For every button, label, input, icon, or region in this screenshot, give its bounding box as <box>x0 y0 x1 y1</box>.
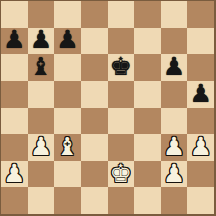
square-d7[interactable] <box>81 28 108 55</box>
square-d3[interactable] <box>81 134 108 161</box>
square-h5[interactable]: ♟ <box>187 81 214 108</box>
square-f8[interactable] <box>134 1 161 28</box>
square-a6[interactable] <box>1 54 28 81</box>
square-f1[interactable] <box>134 187 161 214</box>
piece-white-pawn[interactable]: ♟ <box>163 134 185 159</box>
piece-white-pawn[interactable]: ♟ <box>3 161 25 186</box>
piece-white-pawn[interactable]: ♟ <box>30 134 52 159</box>
square-e6[interactable]: ♚ <box>108 54 135 81</box>
square-d6[interactable] <box>81 54 108 81</box>
square-a8[interactable] <box>1 1 28 28</box>
square-c5[interactable] <box>54 81 81 108</box>
square-f7[interactable] <box>134 28 161 55</box>
square-h1[interactable] <box>187 187 214 214</box>
square-c8[interactable] <box>54 1 81 28</box>
square-a7[interactable]: ♟ <box>1 28 28 55</box>
square-d5[interactable] <box>81 81 108 108</box>
square-g3[interactable]: ♟ <box>161 134 188 161</box>
square-f5[interactable] <box>134 81 161 108</box>
square-g7[interactable] <box>161 28 188 55</box>
square-c6[interactable] <box>54 54 81 81</box>
square-e2[interactable]: ♚ <box>108 161 135 188</box>
square-c2[interactable] <box>54 161 81 188</box>
square-h6[interactable] <box>187 54 214 81</box>
square-f3[interactable] <box>134 134 161 161</box>
square-b1[interactable] <box>28 187 55 214</box>
square-h8[interactable] <box>187 1 214 28</box>
square-f4[interactable] <box>134 108 161 135</box>
square-g4[interactable] <box>161 108 188 135</box>
square-h7[interactable] <box>187 28 214 55</box>
square-f2[interactable] <box>134 161 161 188</box>
square-d2[interactable] <box>81 161 108 188</box>
piece-white-king[interactable]: ♚ <box>110 161 132 186</box>
piece-black-pawn[interactable]: ♟ <box>189 81 211 106</box>
piece-black-king[interactable]: ♚ <box>110 54 132 79</box>
square-c7[interactable]: ♟ <box>54 28 81 55</box>
square-a3[interactable] <box>1 134 28 161</box>
piece-black-bishop[interactable]: ♝ <box>30 54 52 79</box>
square-b3[interactable]: ♟ <box>28 134 55 161</box>
square-f6[interactable] <box>134 54 161 81</box>
piece-black-pawn[interactable]: ♟ <box>56 28 78 53</box>
square-a2[interactable]: ♟ <box>1 161 28 188</box>
square-d8[interactable] <box>81 1 108 28</box>
square-b7[interactable]: ♟ <box>28 28 55 55</box>
piece-white-pawn[interactable]: ♟ <box>189 134 211 159</box>
square-g5[interactable] <box>161 81 188 108</box>
square-d1[interactable] <box>81 187 108 214</box>
square-e7[interactable] <box>108 28 135 55</box>
square-b8[interactable] <box>28 1 55 28</box>
square-e8[interactable] <box>108 1 135 28</box>
piece-black-pawn[interactable]: ♟ <box>163 54 185 79</box>
square-g2[interactable]: ♟ <box>161 161 188 188</box>
square-b6[interactable]: ♝ <box>28 54 55 81</box>
square-a1[interactable] <box>1 187 28 214</box>
square-c3[interactable]: ♝ <box>54 134 81 161</box>
piece-black-pawn[interactable]: ♟ <box>30 28 52 53</box>
piece-black-pawn[interactable]: ♟ <box>3 28 25 53</box>
square-e1[interactable] <box>108 187 135 214</box>
piece-white-bishop[interactable]: ♝ <box>56 134 78 159</box>
square-c4[interactable] <box>54 108 81 135</box>
square-g6[interactable]: ♟ <box>161 54 188 81</box>
square-c1[interactable] <box>54 187 81 214</box>
square-h3[interactable]: ♟ <box>187 134 214 161</box>
square-a4[interactable] <box>1 108 28 135</box>
square-b4[interactable] <box>28 108 55 135</box>
square-b5[interactable] <box>28 81 55 108</box>
piece-white-pawn[interactable]: ♟ <box>163 161 185 186</box>
square-e3[interactable] <box>108 134 135 161</box>
square-b2[interactable] <box>28 161 55 188</box>
square-h4[interactable] <box>187 108 214 135</box>
square-e4[interactable] <box>108 108 135 135</box>
chess-board: ♟♟♟♝♚♟♟♟♝♟♟♟♚♟ <box>0 0 216 216</box>
square-d4[interactable] <box>81 108 108 135</box>
square-e5[interactable] <box>108 81 135 108</box>
square-h2[interactable] <box>187 161 214 188</box>
square-g8[interactable] <box>161 1 188 28</box>
square-a5[interactable] <box>1 81 28 108</box>
square-g1[interactable] <box>161 187 188 214</box>
